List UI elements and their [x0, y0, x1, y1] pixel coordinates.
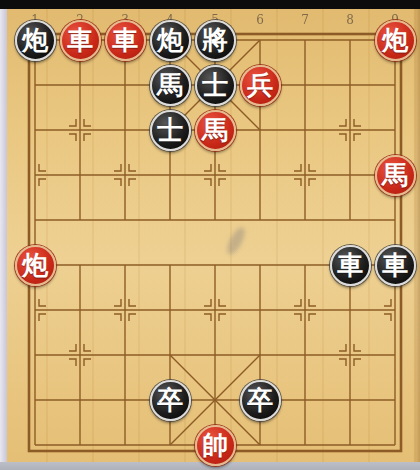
piece-glyph: 炮 — [157, 27, 183, 53]
red-cannon[interactable]: 炮 — [15, 245, 56, 286]
red-soldier[interactable]: 兵 — [240, 65, 281, 106]
piece-glyph: 帥 — [202, 432, 228, 458]
piece-glyph: 炮 — [382, 27, 408, 53]
piece-glyph: 將 — [202, 27, 228, 53]
piece-glyph: 車 — [382, 252, 408, 278]
xiangqi-app-screen: 123456789 炮車車炮將炮馬士兵士馬馬炮車車卒卒帥 — [0, 0, 420, 470]
piece-glyph: 馬 — [202, 117, 228, 143]
black-advisor[interactable]: 士 — [150, 110, 191, 151]
red-horse[interactable]: 馬 — [375, 155, 416, 196]
black-soldier[interactable]: 卒 — [240, 380, 281, 421]
red-chariot[interactable]: 車 — [60, 20, 101, 61]
red-general[interactable]: 帥 — [195, 425, 236, 466]
piece-glyph: 馬 — [382, 162, 408, 188]
piece-glyph: 士 — [157, 117, 183, 143]
piece-glyph: 兵 — [247, 72, 273, 98]
piece-glyph: 炮 — [22, 27, 48, 53]
red-chariot[interactable]: 車 — [105, 20, 146, 61]
piece-glyph: 卒 — [157, 387, 183, 413]
piece-glyph: 卒 — [247, 387, 273, 413]
piece-glyph: 車 — [337, 252, 363, 278]
black-cannon[interactable]: 炮 — [15, 20, 56, 61]
piece-glyph: 車 — [112, 27, 138, 53]
red-horse[interactable]: 馬 — [195, 110, 236, 151]
black-advisor[interactable]: 士 — [195, 65, 236, 106]
black-soldier[interactable]: 卒 — [150, 380, 191, 421]
piece-glyph: 士 — [202, 72, 228, 98]
red-cannon[interactable]: 炮 — [375, 20, 416, 61]
pieces-grid: 炮車車炮將炮馬士兵士馬馬炮車車卒卒帥 — [13, 18, 418, 468]
black-general[interactable]: 將 — [195, 20, 236, 61]
piece-glyph: 車 — [67, 27, 93, 53]
black-chariot[interactable]: 車 — [375, 245, 416, 286]
piece-glyph: 馬 — [157, 72, 183, 98]
black-cannon[interactable]: 炮 — [150, 20, 191, 61]
piece-glyph: 炮 — [22, 252, 48, 278]
black-chariot[interactable]: 車 — [330, 245, 371, 286]
black-horse[interactable]: 馬 — [150, 65, 191, 106]
